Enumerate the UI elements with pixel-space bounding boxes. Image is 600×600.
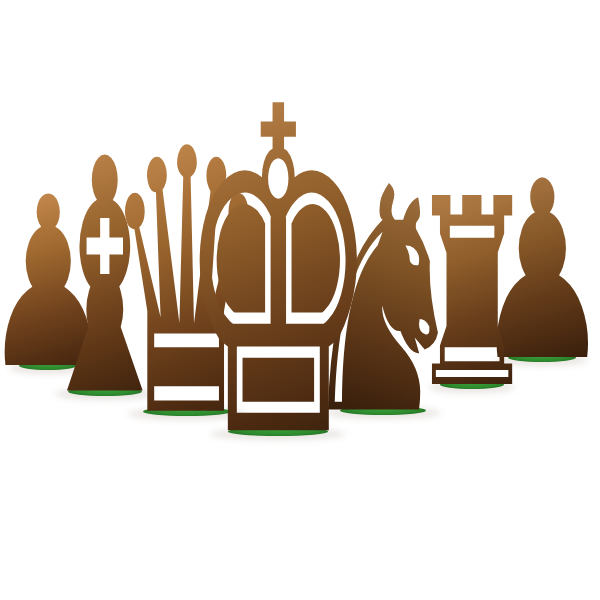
pawn-piece-glyph: ♟ [474,149,600,395]
green-felt-base [508,353,576,362]
green-felt-base [440,380,504,389]
piece-ground-shadow [429,381,515,393]
queen-piece-glyph: ♛ [105,102,269,467]
green-felt-base [19,361,77,370]
king-piece-glyph: ♚ [177,50,378,499]
piece-ground-shadow [325,407,441,419]
chess-pieces-photo: ♟♝♛♚♞♜♟ [0,0,600,600]
pawn-piece-glyph: ♟ [0,166,113,401]
piece-ground-shadow [9,362,87,374]
bishop-piece-glyph: ♝ [33,117,178,440]
piece-ground-shadow [496,354,588,366]
piece-ground-shadow [55,388,155,400]
piece-ground-shadow [128,408,247,420]
piece-ground-shadow [211,428,346,440]
rook-piece-glyph: ♜ [408,165,536,424]
green-felt-base [228,427,328,436]
green-felt-base [68,387,142,396]
green-felt-base [340,406,426,415]
green-felt-base [143,407,231,416]
knight-piece-glyph: ♞ [297,148,469,458]
